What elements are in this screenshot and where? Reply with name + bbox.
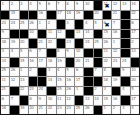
cell-number: 12 bbox=[66, 96, 70, 101]
cell-number: 8 bbox=[66, 1, 68, 6]
cell-r3c10[interactable]: 4 bbox=[84, 20, 92, 29]
black-cell-r4c3 bbox=[20, 30, 28, 39]
cell-r11c12[interactable]: 15 bbox=[103, 96, 111, 105]
cell-number: 7 bbox=[39, 49, 41, 54]
black-cell-r6c6 bbox=[47, 49, 55, 58]
cell-number: 3 bbox=[66, 20, 68, 25]
black-cell-r5c9 bbox=[75, 39, 83, 48]
cell-number: 12 bbox=[113, 1, 117, 6]
cell-r1c8[interactable]: 8 bbox=[66, 1, 74, 10]
cell-r6c15[interactable]: 13 bbox=[131, 49, 139, 58]
cell-r10c1[interactable]: 21 bbox=[1, 87, 9, 96]
cell-number: 18 bbox=[66, 11, 70, 16]
cell-r6c7[interactable]: 8 bbox=[57, 49, 65, 58]
cell-r4c10[interactable]: 14 bbox=[84, 30, 92, 39]
cell-r8c9[interactable]: 6 bbox=[75, 68, 83, 77]
cell-r6c4[interactable]: 6 bbox=[29, 49, 37, 58]
black-cell-r8c10 bbox=[84, 68, 92, 77]
cell-number: 25 bbox=[57, 87, 61, 92]
cell-number: 20 bbox=[94, 11, 98, 16]
black-cell-r7c2 bbox=[10, 58, 18, 67]
cell-number: 25 bbox=[2, 68, 6, 73]
cell-number: 14 bbox=[131, 1, 135, 6]
cell-number: 23 bbox=[66, 39, 70, 44]
cell-number: 24 bbox=[85, 39, 89, 44]
cell-number: 10 bbox=[76, 49, 80, 54]
cell-number: 4 bbox=[122, 87, 124, 92]
cell-number: 25 bbox=[76, 106, 80, 111]
cell-r4c13[interactable]: 16 bbox=[112, 30, 120, 39]
black-cell-r10c13 bbox=[112, 87, 120, 96]
cell-number: 3 bbox=[48, 68, 50, 73]
cell-number: 18 bbox=[103, 77, 107, 82]
cell-r1c5[interactable]: 5 bbox=[38, 1, 46, 10]
cell-number: 21 bbox=[85, 58, 89, 63]
cell-r5c5[interactable]: 21 bbox=[38, 39, 46, 48]
black-cell-r5c7 bbox=[57, 39, 65, 48]
cell-number: 4 bbox=[11, 49, 13, 54]
cell-number: 7 bbox=[57, 1, 59, 6]
cell-r10c3[interactable]: 22 bbox=[20, 87, 28, 96]
codeword-grid: 1234567891011✖12131415161718192021222324… bbox=[0, 0, 140, 115]
cell-number: 17 bbox=[131, 96, 135, 101]
black-cell-r6c11 bbox=[94, 49, 102, 58]
cell-number: 3 bbox=[122, 106, 124, 111]
cell-r2c8[interactable]: 18 bbox=[66, 11, 74, 20]
cell-r5c3[interactable]: 20 bbox=[20, 39, 28, 48]
cell-r3c5[interactable]: 1 bbox=[38, 20, 46, 29]
cell-r8c15[interactable]: 10 bbox=[131, 68, 139, 77]
cell-number: 19 bbox=[11, 39, 15, 44]
cell-r1c9[interactable]: 9 bbox=[75, 1, 83, 10]
cell-r6c13[interactable]: 12 bbox=[112, 49, 120, 58]
black-cell-r6c14 bbox=[121, 49, 129, 58]
cell-r4c4[interactable]: 10 bbox=[29, 30, 37, 39]
cell-r1c12[interactable]: 11✖ bbox=[103, 1, 111, 10]
cell-r12c9[interactable]: 25 bbox=[75, 106, 83, 115]
cell-r12c10[interactable]: 26 bbox=[84, 106, 92, 115]
cell-r7c12[interactable]: 22 bbox=[103, 58, 111, 67]
cell-r3c12[interactable]: 6✖ bbox=[103, 20, 111, 29]
black-cell-r12c2 bbox=[10, 106, 18, 115]
black-cell-r7c8 bbox=[66, 58, 74, 67]
cell-r7c4[interactable]: 16 bbox=[29, 58, 37, 67]
cell-r3c4[interactable]: 26 bbox=[29, 20, 37, 29]
cell-r11c1[interactable]: 6 bbox=[1, 96, 9, 105]
cell-number: 14 bbox=[85, 30, 89, 35]
cell-r7c7[interactable]: 19 bbox=[57, 58, 65, 67]
cell-number: 9 bbox=[66, 49, 68, 54]
cell-number: 26 bbox=[103, 39, 107, 44]
cell-r3c15[interactable]: 8 bbox=[131, 20, 139, 29]
cell-number: 12 bbox=[57, 30, 61, 35]
cell-number: 23 bbox=[2, 20, 6, 25]
cell-number: 7 bbox=[11, 96, 13, 101]
cell-r8c3[interactable]: 1 bbox=[20, 68, 28, 77]
black-cell-r2c14 bbox=[121, 11, 129, 20]
cell-r2c9[interactable]: 19 bbox=[75, 11, 83, 20]
cell-number: 24 bbox=[11, 20, 15, 25]
cell-r5c2[interactable]: 19 bbox=[10, 39, 18, 48]
cell-number: 12 bbox=[113, 49, 117, 54]
cell-number: 1 bbox=[113, 39, 115, 44]
cell-number: 17 bbox=[39, 58, 43, 63]
cell-r12c8[interactable]: 24 bbox=[66, 106, 74, 115]
cell-number: 18 bbox=[2, 106, 6, 111]
cell-number: 23 bbox=[113, 58, 117, 63]
cell-r3c2[interactable]: 24 bbox=[10, 20, 18, 29]
black-cell-r3c7 bbox=[57, 20, 65, 29]
cell-number: 9 bbox=[2, 30, 4, 35]
cell-number: 6 bbox=[48, 1, 50, 6]
cell-number: 22 bbox=[48, 39, 52, 44]
cell-r3c1[interactable]: 23 bbox=[1, 20, 9, 29]
cell-r8c12[interactable]: 8 bbox=[103, 68, 111, 77]
cell-r1c10[interactable]: 10 bbox=[84, 1, 92, 10]
cell-number: 3 bbox=[2, 49, 4, 54]
black-cell-r8c5 bbox=[38, 68, 46, 77]
cell-r12c14[interactable]: 3 bbox=[121, 106, 129, 115]
cell-number: 21 bbox=[113, 11, 117, 16]
black-cell-r11c9 bbox=[75, 96, 83, 105]
cell-r10c8[interactable]: 26 bbox=[66, 87, 74, 96]
cell-number: 22 bbox=[131, 11, 135, 16]
black-cell-r4c8 bbox=[66, 30, 74, 39]
cell-r2c11[interactable]: 20 bbox=[94, 11, 102, 20]
cell-number: 2 bbox=[113, 106, 115, 111]
cell-number: 22 bbox=[48, 106, 52, 111]
cell-number: 26 bbox=[66, 87, 70, 92]
cell-r9c6[interactable]: 14 bbox=[47, 77, 55, 86]
cell-r12c6[interactable]: 22 bbox=[47, 106, 55, 115]
cell-number: 25 bbox=[94, 39, 98, 44]
cell-r8c6[interactable]: 3 bbox=[47, 68, 55, 77]
cell-r1c4[interactable]: 4 bbox=[29, 1, 37, 10]
cell-r1c1[interactable]: 1 bbox=[1, 1, 9, 10]
cell-r6c8[interactable]: 9 bbox=[66, 49, 74, 58]
cell-number: 4 bbox=[57, 68, 59, 73]
cell-number: 13 bbox=[131, 49, 135, 54]
cell-number: 20 bbox=[20, 39, 24, 44]
cell-number: 4 bbox=[131, 106, 133, 111]
black-cell-r8c13 bbox=[112, 68, 120, 77]
cell-r6c5[interactable]: 7 bbox=[38, 49, 46, 58]
cell-r12c13[interactable]: 2 bbox=[112, 106, 120, 115]
cell-number: 14 bbox=[94, 96, 98, 101]
cell-r8c1[interactable]: 25 bbox=[1, 68, 9, 77]
black-cell-r5c4 bbox=[29, 39, 37, 48]
cell-number: 21 bbox=[39, 39, 43, 44]
cell-r8c8[interactable]: 5 bbox=[66, 68, 74, 77]
cell-number: 11 bbox=[103, 49, 107, 54]
cell-r9c7[interactable]: 15 bbox=[57, 77, 65, 86]
cell-r7c14[interactable]: 24 bbox=[121, 58, 129, 67]
cell-number: 15 bbox=[103, 30, 107, 35]
cell-r11c5[interactable]: 9 bbox=[38, 96, 46, 105]
cell-number: 24 bbox=[66, 106, 70, 111]
cell-r3c3[interactable]: 25 bbox=[20, 20, 28, 29]
cell-r11c13[interactable]: 16 bbox=[112, 96, 120, 105]
cell-number: 18 bbox=[2, 39, 6, 44]
cell-number: 19 bbox=[113, 77, 117, 82]
cell-r4c1[interactable]: 9 bbox=[1, 30, 9, 39]
cell-number: 5 bbox=[66, 68, 68, 73]
cell-number: 2 bbox=[94, 87, 96, 92]
cell-r2c13[interactable]: 21 bbox=[112, 11, 120, 20]
cell-number: 7 bbox=[113, 20, 115, 25]
cell-number: 16 bbox=[113, 30, 117, 35]
puzzle-board: 1234567891011✖12131415161718192021222324… bbox=[0, 0, 140, 115]
cell-number: 13 bbox=[122, 1, 126, 6]
black-cell-r10c2 bbox=[10, 87, 18, 96]
cell-number: 15 bbox=[20, 58, 24, 63]
cell-number: 20 bbox=[131, 77, 135, 82]
cell-r2c15[interactable]: 22 bbox=[131, 11, 139, 20]
cell-r7c5[interactable]: 17 bbox=[38, 58, 46, 67]
cell-number: 21 bbox=[2, 87, 6, 92]
cell-r9c13[interactable]: 19 bbox=[112, 77, 120, 86]
cell-r9c8[interactable]: 16 bbox=[66, 77, 74, 86]
cell-number: 10 bbox=[85, 1, 89, 6]
cell-number: 11 bbox=[2, 77, 6, 82]
cell-r11c7[interactable]: 11 bbox=[57, 96, 65, 105]
cell-number: 23 bbox=[29, 87, 33, 92]
cell-r11c2[interactable]: 7 bbox=[10, 96, 18, 105]
cell-number: 24 bbox=[122, 58, 126, 63]
black-cell-r4c5 bbox=[38, 30, 46, 39]
cell-number: 26 bbox=[85, 106, 89, 111]
cell-number: 22 bbox=[103, 58, 107, 63]
cell-r3c13[interactable]: 7 bbox=[112, 20, 120, 29]
cell-r7c6[interactable]: 18 bbox=[47, 58, 55, 67]
cell-number: 8 bbox=[131, 20, 133, 25]
cell-r11c15[interactable]: 17 bbox=[131, 96, 139, 105]
cell-r9c12[interactable]: 18 bbox=[103, 77, 111, 86]
cell-number: 2 bbox=[29, 68, 31, 73]
cell-r4c15[interactable]: 17 bbox=[131, 30, 139, 39]
cell-r6c1[interactable]: 3 bbox=[1, 49, 9, 58]
cell-number: 20 bbox=[76, 58, 80, 63]
cell-number: 5 bbox=[20, 49, 22, 54]
black-cell-r6c10 bbox=[84, 49, 92, 58]
cell-number: 18 bbox=[48, 58, 52, 63]
cell-r5c10[interactable]: 24 bbox=[84, 39, 92, 48]
cell-r9c2[interactable]: 12 bbox=[10, 77, 18, 86]
black-cell-r9c5 bbox=[38, 77, 46, 86]
cell-number: 14 bbox=[2, 58, 6, 63]
cell-number: 16 bbox=[29, 58, 33, 63]
cell-number: 1 bbox=[76, 87, 78, 92]
cell-number: 17 bbox=[57, 11, 61, 16]
cell-number: 17 bbox=[131, 30, 135, 35]
cell-r5c15[interactable]: 2 bbox=[131, 39, 139, 48]
cell-r9c9[interactable]: 17 bbox=[75, 77, 83, 86]
cell-number: 13 bbox=[76, 30, 80, 35]
cell-r8c2[interactable]: 26 bbox=[10, 68, 18, 77]
cell-number: 1 bbox=[103, 106, 105, 111]
cell-r2c7[interactable]: 17 bbox=[57, 11, 65, 20]
cell-r12c15[interactable]: 4 bbox=[131, 106, 139, 115]
cell-r11c10[interactable]: 13 bbox=[84, 96, 92, 105]
cell-r5c12[interactable]: 26 bbox=[103, 39, 111, 48]
cell-r8c14[interactable]: 9 bbox=[121, 68, 129, 77]
cell-r4c7[interactable]: 12 bbox=[57, 30, 65, 39]
black-cell-r4c2 bbox=[10, 30, 18, 39]
cell-r9c3[interactable]: 13 bbox=[20, 77, 28, 86]
cell-number: 14 bbox=[48, 77, 52, 82]
cell-r3c6[interactable]: 2 bbox=[47, 20, 55, 29]
black-cell-r2c10 bbox=[84, 11, 92, 20]
cell-r4c12[interactable]: 15 bbox=[103, 30, 111, 39]
black-cell-r4c11 bbox=[94, 30, 102, 39]
cell-number: 19 bbox=[57, 58, 61, 63]
cell-r10c11[interactable]: 2 bbox=[94, 87, 102, 96]
cell-r3c11[interactable]: 5 bbox=[94, 20, 102, 29]
cell-number: 26 bbox=[11, 68, 15, 73]
cell-number: 8 bbox=[29, 96, 31, 101]
cell-r10c12[interactable]: 3 bbox=[103, 87, 111, 96]
cell-number: 8 bbox=[57, 49, 59, 54]
cell-number: 16 bbox=[66, 77, 70, 82]
cell-number: 6 bbox=[2, 96, 4, 101]
cell-number: 23 bbox=[57, 106, 61, 111]
black-cell-r3c9 bbox=[75, 20, 83, 29]
cell-number: 1 bbox=[39, 20, 41, 25]
cell-number: 9 bbox=[39, 96, 41, 101]
black-cell-r2c4 bbox=[29, 11, 37, 20]
cell-number: 15 bbox=[103, 96, 107, 101]
black-cell-r9c4 bbox=[29, 77, 37, 86]
cell-r7c1[interactable]: 14 bbox=[1, 58, 9, 67]
cell-r6c12[interactable]: 11 bbox=[103, 49, 111, 58]
cell-r7c10[interactable]: 21 bbox=[84, 58, 92, 67]
cell-number: 13 bbox=[20, 77, 24, 82]
cell-number: 26 bbox=[29, 20, 33, 25]
cell-r6c2[interactable]: 4 bbox=[10, 49, 18, 58]
cell-r1c14[interactable]: 13 bbox=[121, 1, 129, 10]
cell-number: 10 bbox=[48, 96, 52, 101]
black-cell-r10c10 bbox=[84, 87, 92, 96]
cell-number: 4 bbox=[85, 20, 87, 25]
black-cell-r7c11 bbox=[94, 58, 102, 67]
black-cell-r2c6 bbox=[47, 11, 55, 20]
cell-r1c2[interactable]: 2 bbox=[10, 1, 18, 10]
cell-r1c15[interactable]: 14 bbox=[131, 1, 139, 10]
cell-r10c4[interactable]: 23 bbox=[29, 87, 37, 96]
cell-r7c3[interactable]: 15 bbox=[20, 58, 28, 67]
cell-r11c6[interactable]: 10 bbox=[47, 96, 55, 105]
cell-r4c9[interactable]: 13 bbox=[75, 30, 83, 39]
cell-number: 12 bbox=[11, 77, 15, 82]
cell-number: 15 bbox=[11, 11, 15, 16]
cell-r10c14[interactable]: 4 bbox=[121, 87, 129, 96]
cell-number: 9 bbox=[122, 68, 124, 73]
black-cell-r2c3 bbox=[20, 11, 28, 20]
cell-number: 11 bbox=[57, 96, 61, 101]
cell-r12c7[interactable]: 23 bbox=[57, 106, 65, 115]
cell-r10c5[interactable]: 24 bbox=[38, 87, 46, 96]
cell-number: 6 bbox=[29, 49, 31, 54]
cell-r8c11[interactable]: 7 bbox=[94, 68, 102, 77]
cell-number: 25 bbox=[20, 20, 24, 25]
cell-number: 19 bbox=[76, 11, 80, 16]
cell-number: 4 bbox=[29, 1, 31, 6]
cell-r6c3[interactable]: 5 bbox=[20, 49, 28, 58]
cell-r1c6[interactable]: 6 bbox=[47, 1, 55, 10]
cell-r11c4[interactable]: 8 bbox=[29, 96, 37, 105]
cell-r9c1[interactable]: 11 bbox=[1, 77, 9, 86]
cell-r5c8[interactable]: 23 bbox=[66, 39, 74, 48]
cell-number: 9 bbox=[76, 1, 78, 6]
revealed-letter: ✖ bbox=[103, 21, 111, 29]
black-cell-r2c1 bbox=[1, 11, 9, 20]
cell-r7c9[interactable]: 20 bbox=[75, 58, 83, 67]
cell-r9c15[interactable]: 20 bbox=[131, 77, 139, 86]
cell-r11c11[interactable]: 14 bbox=[94, 96, 102, 105]
black-cell-r11c14 bbox=[121, 96, 129, 105]
black-cell-r9c11 bbox=[94, 77, 102, 86]
cell-r2c2[interactable]: 15 bbox=[10, 11, 18, 20]
cell-r5c11[interactable]: 25 bbox=[94, 39, 102, 48]
cell-r12c1[interactable]: 18 bbox=[1, 106, 9, 115]
cell-r4c6[interactable]: 11 bbox=[47, 30, 55, 39]
cell-number: 6 bbox=[76, 68, 78, 73]
cell-r12c5[interactable]: 21 bbox=[38, 106, 46, 115]
cell-r10c15[interactable]: 5 bbox=[131, 87, 139, 96]
cell-r8c7[interactable]: 4 bbox=[57, 68, 65, 77]
cell-number: 17 bbox=[76, 77, 80, 82]
cell-r10c9[interactable]: 1 bbox=[75, 87, 83, 96]
cell-number: 3 bbox=[103, 87, 105, 92]
cell-r2c5[interactable]: 16 bbox=[38, 11, 46, 20]
black-cell-r1c11 bbox=[94, 1, 102, 10]
cell-number: 13 bbox=[85, 96, 89, 101]
cell-r12c12[interactable]: 1 bbox=[103, 106, 111, 115]
cell-r5c1[interactable]: 18 bbox=[1, 39, 9, 48]
cell-number: 1 bbox=[20, 68, 22, 73]
cell-r12c4[interactable]: 20 bbox=[29, 106, 37, 115]
cell-r11c8[interactable]: 12 bbox=[66, 96, 74, 105]
cell-number: 19 bbox=[20, 106, 24, 111]
cell-number: 5 bbox=[131, 87, 133, 92]
cell-number: 3 bbox=[20, 1, 22, 6]
cell-r7c13[interactable]: 23 bbox=[112, 58, 120, 67]
cell-number: 2 bbox=[48, 20, 50, 25]
cell-r1c13[interactable]: 12 bbox=[112, 1, 120, 10]
revealed-letter: ✖ bbox=[103, 2, 111, 10]
cell-number: 5 bbox=[39, 1, 41, 6]
cell-r6c9[interactable]: 10 bbox=[75, 49, 83, 58]
cell-r5c6[interactable]: 22 bbox=[47, 39, 55, 48]
cell-number: 22 bbox=[20, 87, 24, 92]
black-cell-r9c14 bbox=[121, 77, 129, 86]
black-cell-r2c12 bbox=[103, 11, 111, 20]
cell-number: 16 bbox=[39, 11, 43, 16]
cell-number: 7 bbox=[94, 68, 96, 73]
black-cell-r9c10 bbox=[84, 77, 92, 86]
cell-r1c3[interactable]: 3 bbox=[20, 1, 28, 10]
cell-r12c3[interactable]: 19 bbox=[20, 106, 28, 115]
cell-r5c13[interactable]: 1 bbox=[112, 39, 120, 48]
cell-number: 1 bbox=[2, 1, 4, 6]
cell-r1c7[interactable]: 7 bbox=[57, 1, 65, 10]
black-cell-r7c15 bbox=[131, 58, 139, 67]
cell-r3c8[interactable]: 3 bbox=[66, 20, 74, 29]
cell-r8c4[interactable]: 2 bbox=[29, 68, 37, 77]
black-cell-r12c11 bbox=[94, 106, 102, 115]
cell-r10c7[interactable]: 25 bbox=[57, 87, 65, 96]
cell-number: 10 bbox=[29, 30, 33, 35]
